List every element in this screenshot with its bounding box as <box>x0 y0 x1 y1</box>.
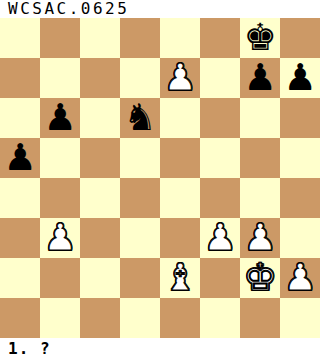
square-a3[interactable] <box>0 218 40 258</box>
square-g5[interactable] <box>240 138 280 178</box>
square-d6[interactable]: ♞ <box>120 98 160 138</box>
white-pawn[interactable]: ♟ <box>283 258 316 298</box>
square-g4[interactable] <box>240 178 280 218</box>
puzzle-id-label: WCSAC.0625 <box>8 0 129 18</box>
black-pawn[interactable]: ♟ <box>43 98 76 138</box>
square-g2[interactable]: ♚ <box>240 258 280 298</box>
square-b6[interactable]: ♟ <box>40 98 80 138</box>
square-d1[interactable] <box>120 298 160 338</box>
square-g7[interactable]: ♟ <box>240 58 280 98</box>
black-pawn[interactable]: ♟ <box>243 58 276 98</box>
square-d7[interactable] <box>120 58 160 98</box>
square-f1[interactable] <box>200 298 240 338</box>
square-f3[interactable]: ♟ <box>200 218 240 258</box>
square-h3[interactable] <box>280 218 320 258</box>
square-h4[interactable] <box>280 178 320 218</box>
black-king[interactable]: ♚ <box>243 18 276 58</box>
square-g8[interactable]: ♚ <box>240 18 280 58</box>
square-b3[interactable]: ♟ <box>40 218 80 258</box>
square-a7[interactable] <box>0 58 40 98</box>
square-f7[interactable] <box>200 58 240 98</box>
square-c6[interactable] <box>80 98 120 138</box>
square-e6[interactable] <box>160 98 200 138</box>
square-d4[interactable] <box>120 178 160 218</box>
white-pawn[interactable]: ♟ <box>43 218 76 258</box>
square-g3[interactable]: ♟ <box>240 218 280 258</box>
square-c1[interactable] <box>80 298 120 338</box>
square-b8[interactable] <box>40 18 80 58</box>
square-e8[interactable] <box>160 18 200 58</box>
square-a4[interactable] <box>0 178 40 218</box>
square-b5[interactable] <box>40 138 80 178</box>
square-a6[interactable] <box>0 98 40 138</box>
square-a2[interactable] <box>0 258 40 298</box>
square-h8[interactable] <box>280 18 320 58</box>
square-b1[interactable] <box>40 298 80 338</box>
square-h1[interactable] <box>280 298 320 338</box>
chess-board: ♚♟♟♟♟♞♟♟♟♟♝♚♟ <box>0 18 320 338</box>
white-pawn[interactable]: ♟ <box>163 58 196 98</box>
square-e3[interactable] <box>160 218 200 258</box>
square-e7[interactable]: ♟ <box>160 58 200 98</box>
square-c4[interactable] <box>80 178 120 218</box>
square-f8[interactable] <box>200 18 240 58</box>
square-c7[interactable] <box>80 58 120 98</box>
square-a8[interactable] <box>0 18 40 58</box>
square-g6[interactable] <box>240 98 280 138</box>
square-h5[interactable] <box>280 138 320 178</box>
square-h6[interactable] <box>280 98 320 138</box>
square-d5[interactable] <box>120 138 160 178</box>
square-f5[interactable] <box>200 138 240 178</box>
square-c2[interactable] <box>80 258 120 298</box>
white-pawn[interactable]: ♟ <box>243 218 276 258</box>
square-b2[interactable] <box>40 258 80 298</box>
square-b7[interactable] <box>40 58 80 98</box>
square-a1[interactable] <box>0 298 40 338</box>
square-e1[interactable] <box>160 298 200 338</box>
square-f2[interactable] <box>200 258 240 298</box>
square-b4[interactable] <box>40 178 80 218</box>
square-f6[interactable] <box>200 98 240 138</box>
move-prompt: 1. ? <box>8 338 51 360</box>
black-pawn[interactable]: ♟ <box>283 58 316 98</box>
square-a5[interactable]: ♟ <box>0 138 40 178</box>
black-knight[interactable]: ♞ <box>123 98 156 138</box>
square-e4[interactable] <box>160 178 200 218</box>
square-e2[interactable]: ♝ <box>160 258 200 298</box>
white-bishop[interactable]: ♝ <box>163 258 196 298</box>
square-c3[interactable] <box>80 218 120 258</box>
square-d8[interactable] <box>120 18 160 58</box>
white-king[interactable]: ♚ <box>243 258 276 298</box>
square-d3[interactable] <box>120 218 160 258</box>
square-g1[interactable] <box>240 298 280 338</box>
square-h7[interactable]: ♟ <box>280 58 320 98</box>
square-d2[interactable] <box>120 258 160 298</box>
black-pawn[interactable]: ♟ <box>3 138 36 178</box>
square-h2[interactable]: ♟ <box>280 258 320 298</box>
white-pawn[interactable]: ♟ <box>203 218 236 258</box>
square-f4[interactable] <box>200 178 240 218</box>
square-e5[interactable] <box>160 138 200 178</box>
square-c5[interactable] <box>80 138 120 178</box>
square-c8[interactable] <box>80 18 120 58</box>
